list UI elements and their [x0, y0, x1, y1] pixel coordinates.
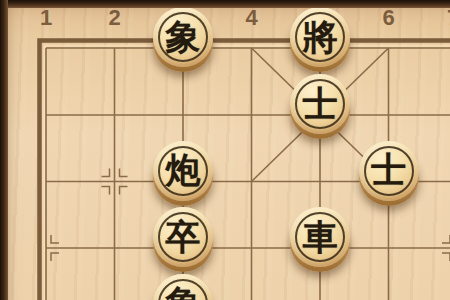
piece-glyph: 士 — [290, 74, 350, 134]
piece-glyph: 象 — [153, 274, 213, 300]
piece-glyph: 車 — [290, 207, 350, 267]
file-label-2: 2 — [100, 6, 130, 30]
piece-black-elephant-f3r5[interactable]: 象 — [152, 274, 214, 300]
piece-glyph: 象 — [153, 7, 213, 67]
file-label-7: 7 — [438, 6, 450, 30]
piece-glyph: 炮 — [153, 141, 213, 201]
piece-black-elephant-f3r1[interactable]: 象 — [152, 7, 214, 75]
window-frame-top — [0, 0, 450, 8]
xiangqi-app: { "game": "xiangqi", "view": { "descript… — [0, 0, 450, 300]
file-label-1: 1 — [31, 6, 61, 30]
piece-black-advisor-f6r3[interactable]: 士 — [358, 141, 420, 209]
file-label-6: 6 — [374, 6, 404, 30]
piece-black-soldier-f3r4[interactable]: 卒 — [152, 207, 214, 275]
piece-glyph: 士 — [359, 141, 419, 201]
window-frame-left — [0, 0, 8, 300]
piece-glyph: 卒 — [153, 207, 213, 267]
piece-black-chariot-f5r4[interactable]: 車 — [289, 207, 351, 275]
file-label-4: 4 — [237, 6, 267, 30]
piece-black-cannon-f3r3[interactable]: 炮 — [152, 141, 214, 209]
piece-black-general-f5r1[interactable]: 將 — [289, 7, 351, 75]
piece-black-advisor-f5r2[interactable]: 士 — [289, 74, 351, 142]
piece-glyph: 將 — [290, 7, 350, 67]
